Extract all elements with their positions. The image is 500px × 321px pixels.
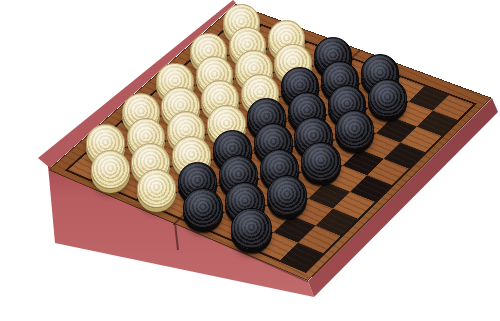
checkers-set-photo (0, 0, 500, 321)
